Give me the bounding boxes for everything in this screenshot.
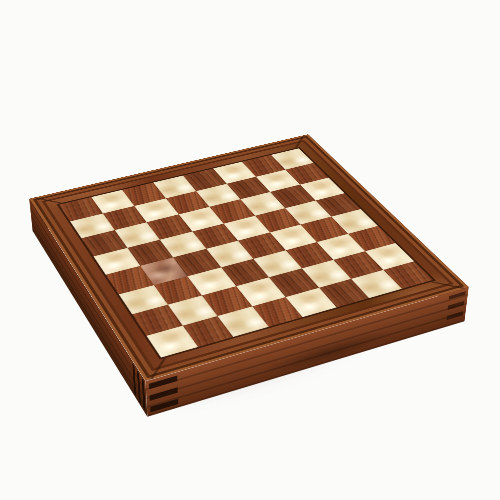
frame-mitre-seam xyxy=(34,197,61,203)
chessboard xyxy=(76,112,400,436)
frame-mitre-seam xyxy=(432,281,464,289)
frame-mitre-seam xyxy=(295,135,305,148)
board-3d-body xyxy=(33,165,465,417)
photo-background xyxy=(0,0,500,500)
dovetail-joint xyxy=(149,374,178,413)
dovetail-joint xyxy=(446,291,465,320)
